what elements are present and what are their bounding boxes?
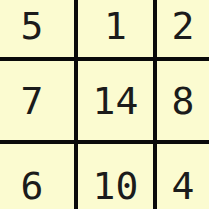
grid-cell-r1c0[interactable]: 7 bbox=[0, 61, 78, 144]
number-grid-board: 5 1 2 7 14 8 6 10 4 bbox=[0, 0, 209, 209]
grid-cell-r2c1[interactable]: 10 bbox=[78, 144, 157, 209]
grid-cell-r1c1[interactable]: 14 bbox=[78, 61, 157, 144]
grid-cell-r0c0[interactable]: 5 bbox=[0, 0, 78, 61]
grid-cell-r2c0[interactable]: 6 bbox=[0, 144, 78, 209]
grid-cell-r2c2[interactable]: 4 bbox=[157, 144, 209, 209]
grid-cell-r0c2[interactable]: 2 bbox=[157, 0, 209, 61]
grid-cell-r0c1[interactable]: 1 bbox=[78, 0, 157, 61]
grid-cell-r1c2[interactable]: 8 bbox=[157, 61, 209, 144]
